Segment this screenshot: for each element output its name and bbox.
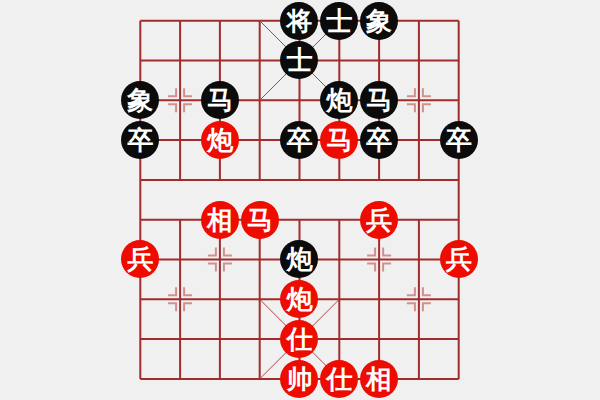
piece-red-cannon[interactable]: 炮 <box>201 121 239 159</box>
piece-red-elephant[interactable]: 相 <box>201 201 239 239</box>
piece-black-advisor[interactable]: 士 <box>280 41 318 79</box>
piece-black-elephant[interactable]: 象 <box>121 81 159 119</box>
xiangqi-board-stage[interactable]: 将士象士象马炮马卒炮卒马卒卒相马兵兵炮兵炮仕帅仕相 <box>0 0 600 400</box>
piece-black-soldier[interactable]: 卒 <box>360 121 398 159</box>
piece-red-elephant[interactable]: 相 <box>360 360 398 398</box>
pieces-layer: 将士象士象马炮马卒炮卒马卒卒相马兵兵炮兵炮仕帅仕相 <box>120 1 478 399</box>
piece-black-general[interactable]: 将 <box>280 2 318 40</box>
piece-black-elephant[interactable]: 象 <box>360 2 398 40</box>
piece-red-horse[interactable]: 马 <box>241 201 279 239</box>
piece-black-horse[interactable]: 马 <box>201 81 239 119</box>
piece-red-advisor[interactable]: 仕 <box>320 360 358 398</box>
piece-black-soldier[interactable]: 卒 <box>440 121 478 159</box>
piece-black-soldier[interactable]: 卒 <box>280 121 318 159</box>
piece-red-advisor[interactable]: 仕 <box>280 320 318 358</box>
piece-red-cannon[interactable]: 炮 <box>280 280 318 318</box>
piece-black-advisor[interactable]: 士 <box>320 2 358 40</box>
piece-black-horse[interactable]: 马 <box>360 81 398 119</box>
piece-red-soldier[interactable]: 兵 <box>360 201 398 239</box>
piece-black-cannon[interactable]: 炮 <box>280 240 318 278</box>
piece-red-general[interactable]: 帅 <box>280 360 318 398</box>
piece-black-cannon[interactable]: 炮 <box>320 81 358 119</box>
piece-red-soldier[interactable]: 兵 <box>121 240 159 278</box>
piece-red-soldier[interactable]: 兵 <box>440 240 478 278</box>
piece-black-soldier[interactable]: 卒 <box>121 121 159 159</box>
piece-red-horse[interactable]: 马 <box>320 121 358 159</box>
